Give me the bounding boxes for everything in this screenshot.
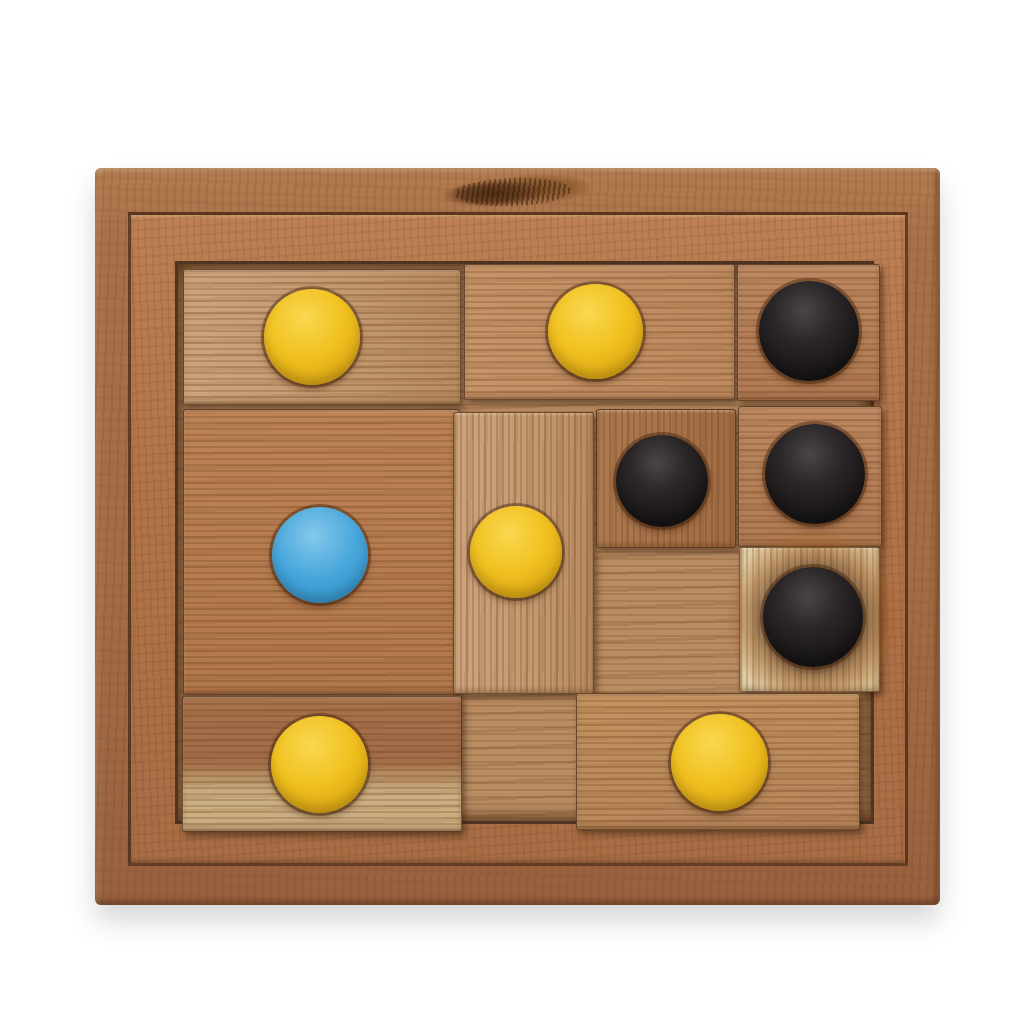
block-I-2x1-horizontal-yellow-dot[interactable] xyxy=(182,696,462,832)
wooden-box-frame xyxy=(95,168,940,905)
blue-dot xyxy=(272,507,368,603)
black-dot xyxy=(763,567,863,667)
block-J-2x1-horizontal-yellow-dot[interactable] xyxy=(576,693,860,830)
black-dot xyxy=(765,424,865,524)
yellow-dot xyxy=(264,289,360,385)
black-dot xyxy=(616,435,708,527)
product-photo xyxy=(0,0,1024,1024)
wood-knot xyxy=(434,167,590,216)
tray-rim xyxy=(128,212,908,866)
block-F-1x1-square-black-dot[interactable] xyxy=(596,409,736,548)
block-G-1x1-square-black-dot[interactable] xyxy=(738,406,882,547)
block-A-2x1-horizontal-yellow-dot[interactable] xyxy=(183,269,461,405)
block-D-2x2-large-blue-dot[interactable] xyxy=(183,409,460,695)
block-C-1x1-square-black-dot[interactable] xyxy=(737,264,880,401)
yellow-dot xyxy=(548,284,643,379)
yellow-dot xyxy=(470,506,562,598)
block-E-1x2-vertical-yellow-dot[interactable] xyxy=(453,412,594,694)
block-H-1x1-square-black-dot[interactable] xyxy=(739,547,880,692)
puzzle-tray xyxy=(175,261,874,824)
black-dot xyxy=(759,281,859,381)
block-B-2x1-horizontal-yellow-dot[interactable] xyxy=(464,264,735,400)
yellow-dot xyxy=(671,714,768,811)
yellow-dot xyxy=(271,716,368,813)
